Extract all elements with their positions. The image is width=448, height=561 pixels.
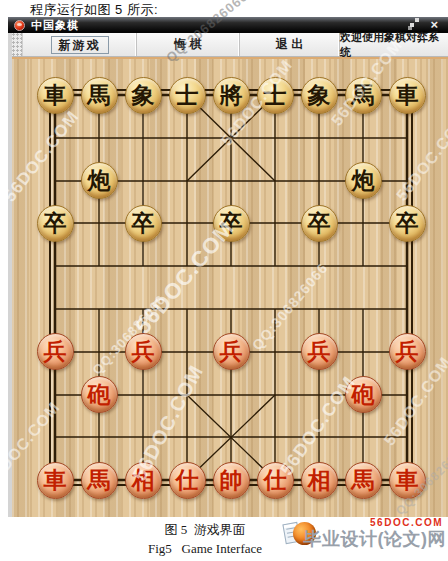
welcome-label: 欢迎使用象棋对弈系统	[340, 33, 448, 56]
piece-black-cannon[interactable]: 炮	[345, 162, 382, 199]
piece-red-horse[interactable]: 馬	[345, 462, 382, 499]
piece-red-chariot[interactable]: 車	[37, 462, 74, 499]
piece-black-chariot[interactable]: 車	[389, 77, 426, 114]
piece-red-advisor[interactable]: 仕	[257, 462, 294, 499]
piece-red-cannon[interactable]: 砲	[81, 376, 118, 413]
piece-red-elephant[interactable]: 相	[125, 462, 162, 499]
piece-black-soldier[interactable]: 卒	[301, 205, 338, 242]
window-content: 新游戏 悔 棋 退 出 欢迎使用象棋对弈系统	[8, 33, 448, 517]
piece-red-soldier[interactable]: 兵	[213, 333, 250, 370]
piece-black-general[interactable]: 將	[213, 77, 250, 114]
pieces-layer: 車馬象士將士象馬車炮炮卒卒卒卒卒兵兵兵兵兵砲砲車馬相仕帥仕相馬車	[12, 59, 448, 517]
piece-red-chariot[interactable]: 車	[389, 462, 426, 499]
piece-black-soldier[interactable]: 卒	[37, 205, 74, 242]
piece-black-horse[interactable]: 馬	[345, 77, 382, 114]
logo-site-name: 毕业设计(论文)网	[304, 527, 447, 551]
piece-red-soldier[interactable]: 兵	[37, 333, 74, 370]
piece-black-advisor[interactable]: 士	[257, 77, 294, 114]
piece-black-cannon[interactable]: 炮	[81, 162, 118, 199]
piece-red-cannon[interactable]: 砲	[345, 376, 382, 413]
new-game-button[interactable]: 新游戏	[23, 33, 137, 56]
figure-caption-cn: 图 5 游戏界面	[115, 521, 295, 539]
piece-red-advisor[interactable]: 仕	[169, 462, 206, 499]
xiangqi-board[interactable]: 車馬象士將士象馬車炮炮卒卒卒卒卒兵兵兵兵兵砲砲車馬相仕帥仕相馬車	[12, 57, 448, 517]
piece-black-advisor[interactable]: 士	[169, 77, 206, 114]
toolbar-gripper[interactable]	[12, 33, 23, 56]
piece-red-soldier[interactable]: 兵	[125, 333, 162, 370]
piece-black-soldier[interactable]: 卒	[125, 205, 162, 242]
piece-red-horse[interactable]: 馬	[81, 462, 118, 499]
piece-black-chariot[interactable]: 車	[37, 77, 74, 114]
app-icon[interactable]	[14, 20, 25, 31]
exit-button[interactable]: 退 出	[240, 33, 340, 56]
piece-red-soldier[interactable]: 兵	[389, 333, 426, 370]
document-page: 程序运行如图 5 所示: 中国象棋 × 新游戏 悔 棋 退 出 欢迎使用象棋对弈…	[0, 0, 448, 561]
piece-black-soldier[interactable]: 卒	[213, 205, 250, 242]
window-title: 中国象棋	[31, 18, 79, 33]
piece-black-elephant[interactable]: 象	[301, 77, 338, 114]
piece-black-horse[interactable]: 馬	[81, 77, 118, 114]
piece-black-elephant[interactable]: 象	[125, 77, 162, 114]
undo-move-button[interactable]: 悔 棋	[137, 33, 240, 56]
piece-black-soldier[interactable]: 卒	[389, 205, 426, 242]
site-logo[interactable]: 56DOC.COM 毕业设计(论文)网	[280, 516, 448, 558]
toolbar: 新游戏 悔 棋 退 出 欢迎使用象棋对弈系统	[12, 33, 448, 57]
piece-red-general[interactable]: 帥	[213, 462, 250, 499]
piece-red-soldier[interactable]: 兵	[301, 333, 338, 370]
new-game-button-label: 新游戏	[51, 36, 109, 54]
figure-caption-en: Fig5 Game Interface	[115, 541, 295, 557]
xiangqi-window: 中国象棋 × 新游戏 悔 棋 退 出 欢迎使用象棋对弈系统	[8, 17, 448, 517]
piece-red-elephant[interactable]: 相	[301, 462, 338, 499]
resize-icon[interactable]	[410, 23, 414, 27]
